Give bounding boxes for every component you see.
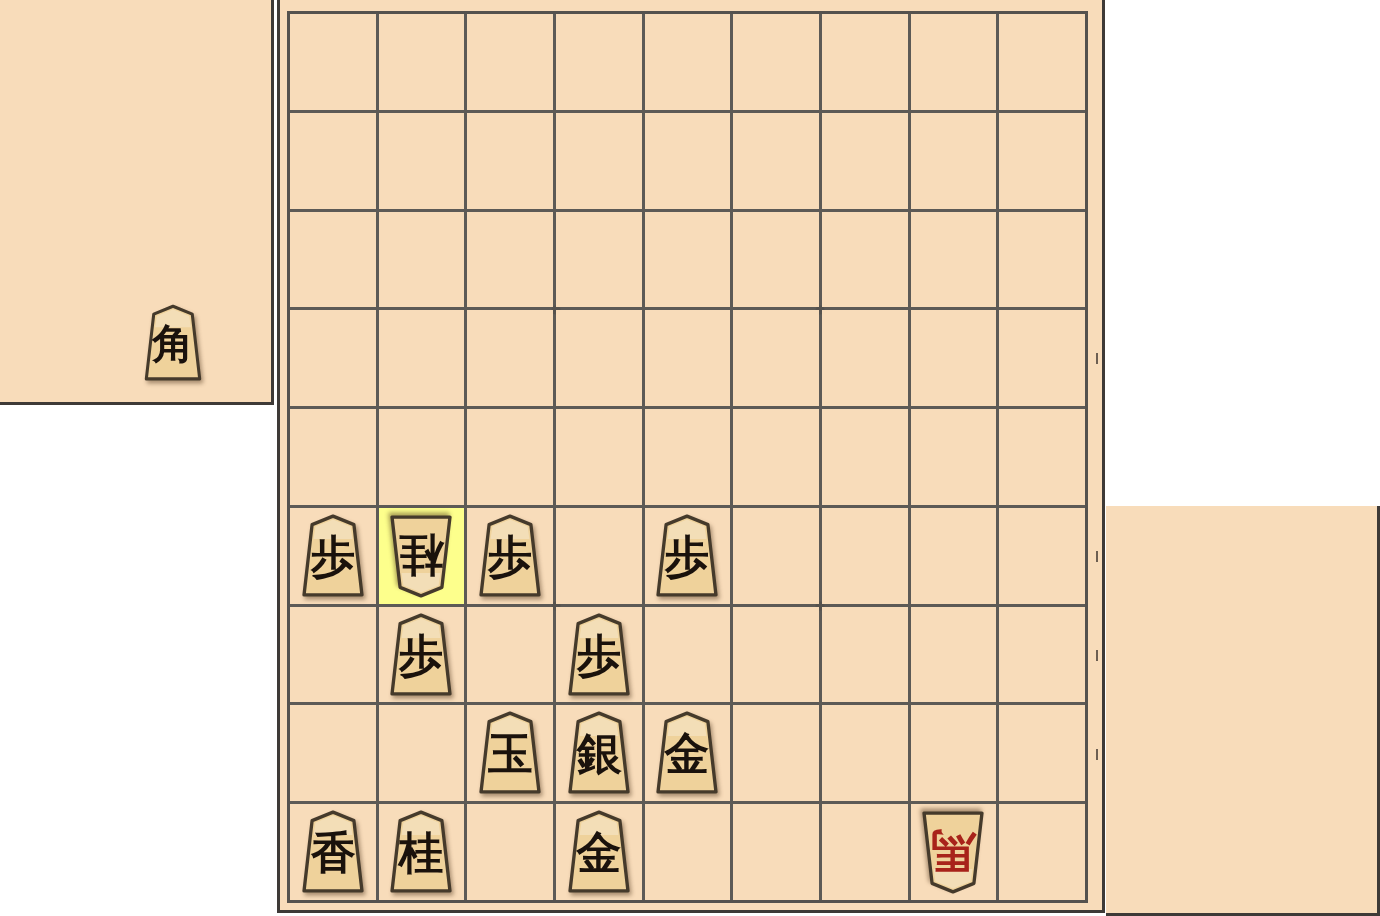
square-6i[interactable]: 金	[556, 804, 642, 900]
square-1i[interactable]	[999, 804, 1085, 900]
piece-promoted-bishop-gote[interactable]: 馬	[915, 809, 991, 895]
square-7g[interactable]	[467, 607, 553, 703]
square-4h[interactable]	[733, 705, 819, 801]
piece-glyph: 歩	[664, 530, 710, 583]
square-1b[interactable]	[999, 113, 1085, 209]
square-3d[interactable]	[822, 310, 908, 406]
piece-glyph: 玉	[488, 727, 533, 780]
square-1e[interactable]	[999, 409, 1085, 505]
square-7b[interactable]	[467, 113, 553, 209]
square-6d[interactable]	[556, 310, 642, 406]
square-2b[interactable]	[911, 113, 997, 209]
sente-hand-tray	[1106, 506, 1380, 916]
piece-glyph: 歩	[310, 530, 356, 583]
square-1d[interactable]	[999, 310, 1085, 406]
piece-pawn-sente[interactable]: 歩	[295, 513, 371, 599]
square-3g[interactable]	[822, 607, 908, 703]
square-2c[interactable]	[911, 212, 997, 308]
square-7e[interactable]	[467, 409, 553, 505]
rank-tick	[1096, 749, 1098, 760]
gote-hand-tray: 角	[0, 0, 274, 405]
square-2f[interactable]	[911, 508, 997, 604]
square-4c[interactable]	[733, 212, 819, 308]
square-3c[interactable]	[822, 212, 908, 308]
square-3e[interactable]	[822, 409, 908, 505]
board-grid: 歩桂歩歩歩歩玉銀金香桂金馬	[287, 11, 1088, 903]
square-9h[interactable]	[290, 705, 376, 801]
piece-glyph: 角	[150, 319, 193, 368]
square-1c[interactable]	[999, 212, 1085, 308]
square-6e[interactable]	[556, 409, 642, 505]
square-4g[interactable]	[733, 607, 819, 703]
square-8c[interactable]	[379, 212, 465, 308]
square-7i[interactable]	[467, 804, 553, 900]
square-2i[interactable]: 馬	[911, 804, 997, 900]
square-3i[interactable]	[822, 804, 908, 900]
piece-glyph: 馬	[931, 825, 978, 878]
piece-bishop-undefined[interactable]: 角	[138, 296, 208, 390]
square-6a[interactable]	[556, 14, 642, 110]
piece-glyph: 歩	[487, 530, 533, 583]
square-1g[interactable]	[999, 607, 1085, 703]
square-9c[interactable]	[290, 212, 376, 308]
square-6g[interactable]: 歩	[556, 607, 642, 703]
square-3f[interactable]	[822, 508, 908, 604]
square-7h[interactable]: 玉	[467, 705, 553, 801]
square-4a[interactable]	[733, 14, 819, 110]
square-2a[interactable]	[911, 14, 997, 110]
piece-glyph: 桂	[399, 529, 446, 582]
square-9d[interactable]	[290, 310, 376, 406]
square-8i[interactable]: 桂	[379, 804, 465, 900]
piece-pawn-sente[interactable]: 歩	[472, 513, 548, 599]
square-2h[interactable]	[911, 705, 997, 801]
square-4b[interactable]	[733, 113, 819, 209]
square-3a[interactable]	[822, 14, 908, 110]
square-9e[interactable]	[290, 409, 376, 505]
square-5f[interactable]: 歩	[645, 508, 731, 604]
square-6b[interactable]	[556, 113, 642, 209]
rank-tick	[1096, 551, 1098, 562]
piece-pawn-sente[interactable]: 歩	[561, 612, 637, 698]
square-7a[interactable]	[467, 14, 553, 110]
square-9f[interactable]: 歩	[290, 508, 376, 604]
square-9i[interactable]: 香	[290, 804, 376, 900]
shogi-board: 歩桂歩歩歩歩玉銀金香桂金馬	[277, 0, 1105, 913]
square-3b[interactable]	[822, 113, 908, 209]
square-5d[interactable]	[645, 310, 731, 406]
square-6c[interactable]	[556, 212, 642, 308]
piece-glyph: 金	[664, 727, 710, 780]
square-8a[interactable]	[379, 14, 465, 110]
square-8d[interactable]	[379, 310, 465, 406]
piece-glyph: 香	[310, 826, 356, 879]
square-5i[interactable]	[645, 804, 731, 900]
square-7c[interactable]	[467, 212, 553, 308]
piece-glyph: 歩	[575, 629, 621, 682]
rank-tick	[1096, 353, 1098, 364]
square-6h[interactable]: 銀	[556, 705, 642, 801]
piece-glyph: 金	[575, 826, 621, 879]
piece-pawn-sente[interactable]: 歩	[383, 612, 459, 698]
piece-gold-sente[interactable]: 金	[649, 710, 725, 796]
square-7f[interactable]: 歩	[467, 508, 553, 604]
square-5a[interactable]	[645, 14, 731, 110]
square-1f[interactable]	[999, 508, 1085, 604]
square-9b[interactable]	[290, 113, 376, 209]
square-4e[interactable]	[733, 409, 819, 505]
square-4d[interactable]	[733, 310, 819, 406]
square-7d[interactable]	[467, 310, 553, 406]
square-5g[interactable]	[645, 607, 731, 703]
piece-knight-gote[interactable]: 桂	[383, 513, 459, 599]
square-2d[interactable]	[911, 310, 997, 406]
square-8g[interactable]: 歩	[379, 607, 465, 703]
piece-gold-sente[interactable]: 金	[561, 809, 637, 895]
piece-knight-sente[interactable]: 桂	[383, 809, 459, 895]
square-8b[interactable]	[379, 113, 465, 209]
square-8e[interactable]	[379, 409, 465, 505]
square-8f[interactable]: 桂	[379, 508, 465, 604]
piece-lance-sente[interactable]: 香	[295, 809, 371, 895]
square-5e[interactable]	[645, 409, 731, 505]
piece-glyph: 桂	[397, 826, 444, 879]
square-1h[interactable]	[999, 705, 1085, 801]
square-5b[interactable]	[645, 113, 731, 209]
square-3h[interactable]	[822, 705, 908, 801]
square-4f[interactable]	[733, 508, 819, 604]
square-4i[interactable]	[733, 804, 819, 900]
square-8h[interactable]	[379, 705, 465, 801]
piece-pawn-sente[interactable]: 歩	[649, 513, 725, 599]
piece-silver-sente[interactable]: 銀	[561, 710, 637, 796]
square-5c[interactable]	[645, 212, 731, 308]
piece-glyph: 歩	[398, 629, 444, 682]
piece-king-sente[interactable]: 玉	[472, 710, 548, 796]
square-2g[interactable]	[911, 607, 997, 703]
square-6f[interactable]	[556, 508, 642, 604]
square-1a[interactable]	[999, 14, 1085, 110]
square-9a[interactable]	[290, 14, 376, 110]
square-2e[interactable]	[911, 409, 997, 505]
piece-glyph: 銀	[575, 727, 622, 780]
square-5h[interactable]: 金	[645, 705, 731, 801]
square-9g[interactable]	[290, 607, 376, 703]
rank-tick	[1096, 650, 1098, 661]
